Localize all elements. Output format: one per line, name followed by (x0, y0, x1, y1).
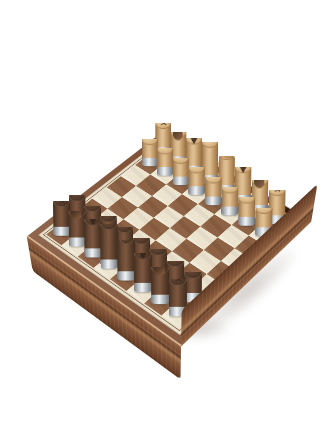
steel-base-band (116, 271, 135, 280)
rook-top-cut: ✕ (155, 120, 171, 127)
rook-top-cut: ✕ (269, 187, 286, 194)
queen-top-cut (220, 144, 233, 158)
piece-dark-king (100, 224, 118, 267)
steel-base-band (100, 260, 119, 269)
piece-dark-queen (117, 239, 135, 278)
piece-dark-bishop (134, 253, 152, 291)
steel-base-band (133, 283, 153, 292)
rook-top-cut: ✕ (53, 197, 70, 204)
steel-base-band (151, 295, 171, 304)
chess-box: ✕✕✕✕ (27, 133, 311, 347)
piece-dark-knight (151, 267, 169, 302)
rook-top-cut: ✕ (169, 276, 187, 284)
product-photo[interactable]: ✕✕✕✕ (0, 0, 323, 421)
queen-top-cut (119, 227, 133, 242)
